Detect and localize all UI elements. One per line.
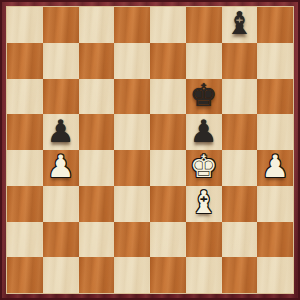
- square-d3[interactable]: [114, 186, 150, 222]
- square-f6[interactable]: ♚: [186, 79, 222, 115]
- square-d6[interactable]: [114, 79, 150, 115]
- square-c6[interactable]: [79, 79, 115, 115]
- square-c8[interactable]: [79, 7, 115, 43]
- board-frame: ♝♚♟♟♟♚♟♝: [0, 0, 300, 300]
- square-h8[interactable]: [257, 7, 293, 43]
- square-g8[interactable]: ♝: [222, 7, 258, 43]
- square-h2[interactable]: [257, 222, 293, 258]
- square-a4[interactable]: [7, 150, 43, 186]
- square-a3[interactable]: [7, 186, 43, 222]
- square-f7[interactable]: [186, 43, 222, 79]
- square-d2[interactable]: [114, 222, 150, 258]
- square-g1[interactable]: [222, 257, 258, 293]
- square-c2[interactable]: [79, 222, 115, 258]
- square-c1[interactable]: [79, 257, 115, 293]
- square-g3[interactable]: [222, 186, 258, 222]
- chess-board: ♝♚♟♟♟♚♟♝: [7, 7, 293, 293]
- square-h5[interactable]: [257, 114, 293, 150]
- white-bishop[interactable]: ♝: [190, 187, 218, 218]
- square-f3[interactable]: ♝: [186, 186, 222, 222]
- square-e3[interactable]: [150, 186, 186, 222]
- square-d1[interactable]: [114, 257, 150, 293]
- square-b5[interactable]: ♟: [43, 114, 79, 150]
- square-g2[interactable]: [222, 222, 258, 258]
- square-d5[interactable]: [114, 114, 150, 150]
- black-pawn[interactable]: ♟: [190, 116, 218, 147]
- black-bishop[interactable]: ♝: [225, 8, 253, 39]
- square-c3[interactable]: [79, 186, 115, 222]
- square-f5[interactable]: ♟: [186, 114, 222, 150]
- square-h4[interactable]: ♟: [257, 150, 293, 186]
- square-b2[interactable]: [43, 222, 79, 258]
- square-f8[interactable]: [186, 7, 222, 43]
- square-a7[interactable]: [7, 43, 43, 79]
- square-f4[interactable]: ♚: [186, 150, 222, 186]
- square-c5[interactable]: [79, 114, 115, 150]
- square-f2[interactable]: [186, 222, 222, 258]
- square-e7[interactable]: [150, 43, 186, 79]
- square-b1[interactable]: [43, 257, 79, 293]
- square-g6[interactable]: [222, 79, 258, 115]
- square-h7[interactable]: [257, 43, 293, 79]
- square-e2[interactable]: [150, 222, 186, 258]
- square-b3[interactable]: [43, 186, 79, 222]
- square-a2[interactable]: [7, 222, 43, 258]
- square-e4[interactable]: [150, 150, 186, 186]
- square-a1[interactable]: [7, 257, 43, 293]
- square-f1[interactable]: [186, 257, 222, 293]
- black-pawn[interactable]: ♟: [47, 116, 75, 147]
- square-b6[interactable]: [43, 79, 79, 115]
- square-d7[interactable]: [114, 43, 150, 79]
- square-b8[interactable]: [43, 7, 79, 43]
- square-g4[interactable]: [222, 150, 258, 186]
- square-c7[interactable]: [79, 43, 115, 79]
- square-c4[interactable]: [79, 150, 115, 186]
- square-b7[interactable]: [43, 43, 79, 79]
- square-h3[interactable]: [257, 186, 293, 222]
- white-pawn[interactable]: ♟: [261, 151, 289, 182]
- square-e5[interactable]: [150, 114, 186, 150]
- white-pawn[interactable]: ♟: [47, 151, 75, 182]
- square-g7[interactable]: [222, 43, 258, 79]
- square-e1[interactable]: [150, 257, 186, 293]
- square-g5[interactable]: [222, 114, 258, 150]
- square-e6[interactable]: [150, 79, 186, 115]
- square-a8[interactable]: [7, 7, 43, 43]
- square-h1[interactable]: [257, 257, 293, 293]
- square-a5[interactable]: [7, 114, 43, 150]
- square-b4[interactable]: ♟: [43, 150, 79, 186]
- square-d8[interactable]: [114, 7, 150, 43]
- square-h6[interactable]: [257, 79, 293, 115]
- square-e8[interactable]: [150, 7, 186, 43]
- square-a6[interactable]: [7, 79, 43, 115]
- white-king[interactable]: ♚: [190, 151, 218, 182]
- black-king[interactable]: ♚: [190, 80, 218, 111]
- square-d4[interactable]: [114, 150, 150, 186]
